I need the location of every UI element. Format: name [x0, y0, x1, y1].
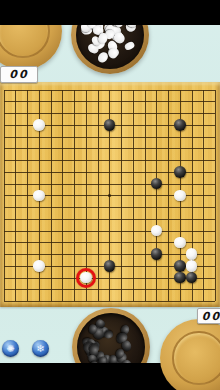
board-point [33, 190, 45, 202]
top-black-bar [0, 0, 220, 25]
board-point [103, 119, 115, 131]
board-point [186, 260, 198, 272]
board-point [150, 248, 162, 260]
bowl-lid-bottom-ring [172, 331, 220, 384]
bottom-capture-counter: 00 [197, 308, 220, 324]
stone-white [33, 190, 45, 202]
board-point [33, 119, 45, 131]
stone-white [186, 260, 198, 272]
board-point [174, 237, 186, 249]
stone-white [186, 248, 198, 260]
bowl-stone [108, 48, 117, 58]
stone-black [174, 272, 186, 284]
stone-black [174, 260, 186, 272]
top-capture-counter: 00 [0, 66, 38, 83]
board-point [174, 272, 186, 284]
snowflake-icon: ❄ [36, 344, 44, 354]
stone-black [104, 119, 116, 131]
bowl-stone [104, 331, 113, 339]
board-point [174, 190, 186, 202]
board-point [80, 272, 92, 284]
board-point [174, 260, 186, 272]
bowl-stone [124, 41, 136, 52]
stone-white [174, 190, 186, 202]
go-board[interactable] [0, 82, 220, 307]
stone-black [104, 260, 116, 272]
board-point [150, 178, 162, 190]
stone-black [186, 272, 198, 284]
stone-black [151, 248, 163, 260]
bowl-lid-bottom [160, 319, 220, 390]
stone-white [151, 225, 163, 237]
stone-black [174, 119, 186, 131]
stone-black [151, 178, 163, 190]
stone-white [80, 272, 92, 284]
sunburst-icon: ✺ [6, 344, 14, 354]
board-point [186, 272, 198, 284]
stone-black [174, 166, 186, 178]
board-point [186, 248, 198, 260]
stone-white [174, 237, 186, 249]
board-point [103, 260, 115, 272]
stone-white [33, 260, 45, 272]
stone-grid [0, 84, 220, 307]
blue-round-button-1[interactable]: ✺ [2, 340, 19, 357]
bowl-stone [89, 324, 98, 334]
blue-round-button-2[interactable]: ❄ [32, 340, 49, 357]
board-point [174, 166, 186, 178]
board-point [174, 119, 186, 131]
stone-white [33, 119, 45, 131]
board-point [33, 260, 45, 272]
board-point [150, 225, 162, 237]
app-screen: 00 00 ✺ ❄ [0, 0, 220, 390]
